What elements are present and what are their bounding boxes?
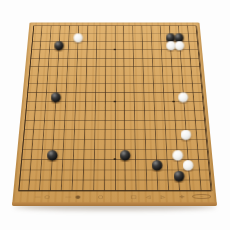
grid-line [18, 191, 211, 192]
black-stone-O3 [151, 160, 161, 170]
star-point-K16 [113, 49, 116, 51]
white-stone-F17 [73, 33, 82, 42]
white-stone-R10 [179, 92, 189, 102]
black-stone-L4 [120, 150, 130, 160]
board-perspective-scene: ⋯ ⋯ ○⋯ ●○□◁▷✛ [12, 0, 217, 206]
apron-mark-right-triangle: ▷ [160, 193, 166, 201]
apron-mark-center-text: ⋯ ● [65, 193, 81, 201]
go-board-photo: ⋯ ⋯ ○⋯ ●○□◁▷✛ [0, 0, 230, 230]
white-stone-R6 [181, 130, 191, 140]
grid-line [24, 120, 204, 121]
black-stone-D16 [54, 41, 63, 50]
grid-line [115, 26, 116, 191]
white-stone-Q16 [166, 41, 175, 50]
black-stone-Q2 [173, 171, 183, 181]
go-board: ⋯ ⋯ ○⋯ ●○□◁▷✛ [12, 22, 217, 206]
black-stone-D4 [47, 150, 57, 160]
white-stone-Q4 [172, 150, 182, 160]
black-stone-D10 [51, 92, 61, 102]
board-front-edge [12, 202, 217, 206]
apron-mark-left-triangle: ◁ [146, 193, 152, 201]
maker-stamp: ⋯ [192, 194, 211, 199]
apron-mark-plus: ✛ [179, 193, 185, 201]
white-stone-R16 [175, 41, 184, 50]
white-stone-R3 [183, 160, 193, 170]
apron-mark-white-dot: ○ [98, 193, 104, 201]
apron-mark-left-text: ⋯ ○ [34, 193, 51, 201]
apron-mark-square: □ [131, 193, 138, 201]
